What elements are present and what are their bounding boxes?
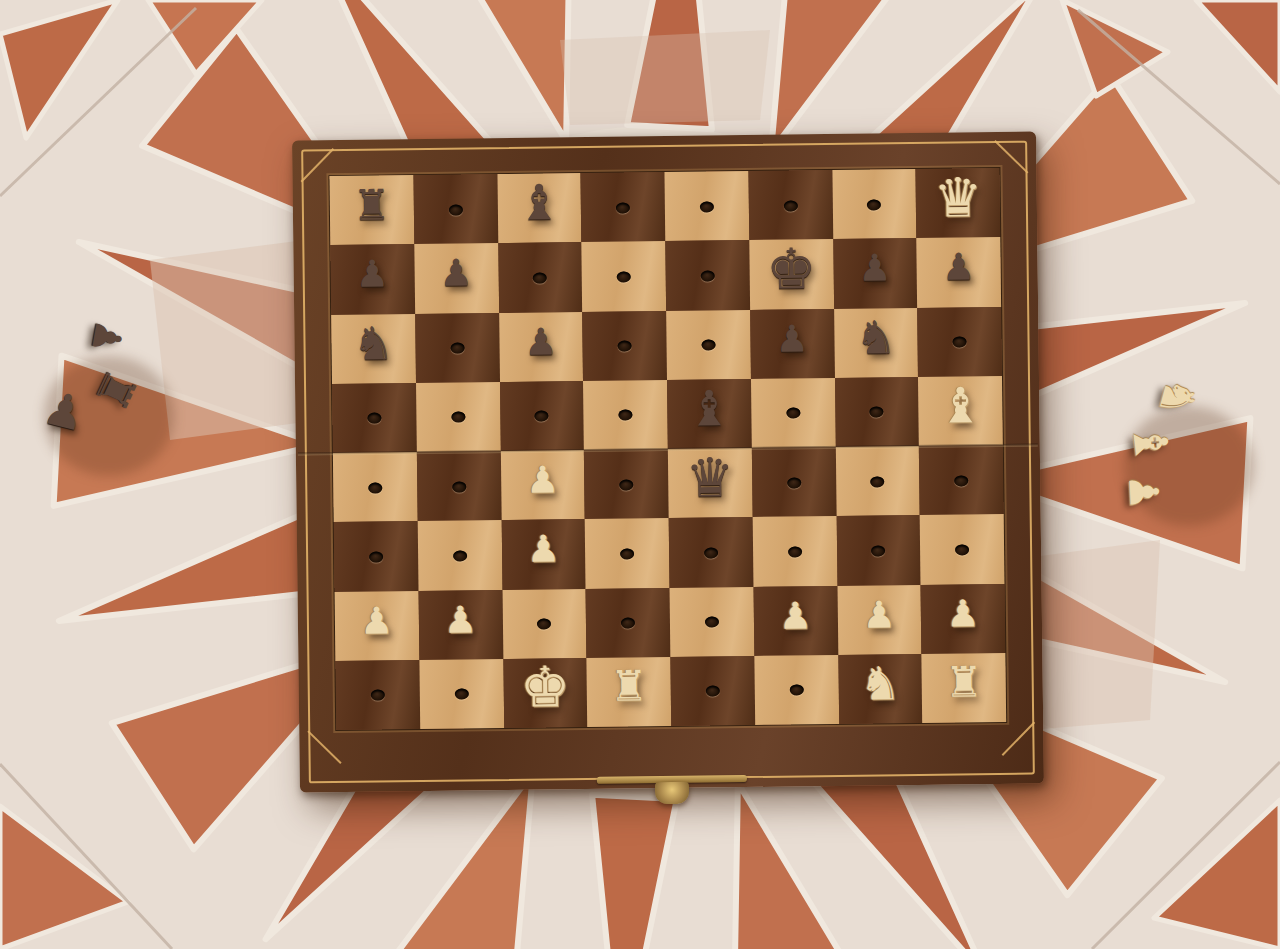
square-e1[interactable] [670,656,755,726]
piece-black-pawn-f6[interactable]: ♟ [775,320,809,357]
piece-white-pawn-g2[interactable]: ♟ [862,596,896,633]
square-f7[interactable]: ♚ [749,239,834,309]
peg-hole-b3 [453,550,467,561]
piece-black-pawn-a7[interactable]: ♟ [356,256,390,293]
peg-hole-h6 [953,336,967,347]
captured-white-pieces-pile: ♞♝♟ [1124,376,1274,536]
piece-black-bishop-e5[interactable]: ♝ [687,384,732,434]
piece-black-knight-g6[interactable]: ♞ [855,314,897,361]
square-a7[interactable]: ♟ [330,244,415,314]
square-b8[interactable] [413,174,498,244]
square-h8[interactable]: ♛ [916,168,1001,238]
peg-hole-b1 [454,689,468,700]
peg-hole-a3 [369,551,383,562]
captured-black-pawn[interactable]: ♟ [85,317,128,357]
square-c4[interactable]: ♟ [500,450,585,520]
square-h4[interactable] [919,445,1004,515]
piece-black-knight-a6[interactable]: ♞ [353,320,395,367]
piece-white-king-c1[interactable]: ♚ [520,660,571,717]
square-c8[interactable]: ♝ [497,173,582,243]
square-e5[interactable]: ♝ [667,379,752,449]
square-b5[interactable] [416,382,501,452]
peg-hole-d6 [618,341,632,352]
piece-white-pawn-a2[interactable]: ♟ [360,602,394,639]
piece-white-pawn-f2[interactable]: ♟ [779,597,813,634]
photo-canvas: { "scene": { "description": "Overhead ph… [0,0,1280,949]
square-a6[interactable]: ♞ [331,314,416,384]
square-e6[interactable] [666,309,751,379]
square-d7[interactable] [582,241,667,311]
captured-black-pieces-pile: ♟♜♟ [34,316,194,496]
square-g7[interactable]: ♟ [833,238,918,308]
square-a8[interactable]: ♜ [329,175,414,245]
peg-hole-e2 [705,617,719,628]
piece-black-rook-a8[interactable]: ♜ [353,184,391,226]
square-a3[interactable] [334,521,419,591]
piece-white-knight-g1[interactable]: ♞ [859,661,901,708]
square-g2[interactable]: ♟ [837,584,922,654]
piece-white-pawn-h2[interactable]: ♟ [946,595,980,632]
peg-hole-a1 [371,690,385,701]
peg-hole-c2 [537,619,551,630]
peg-hole-b6 [450,343,464,354]
square-d4[interactable] [584,449,669,519]
square-g1[interactable]: ♞ [838,654,923,724]
piece-white-pawn-c3[interactable]: ♟ [527,531,561,568]
square-g3[interactable] [836,515,921,585]
square-b3[interactable] [417,520,502,590]
square-c3[interactable]: ♟ [501,519,586,589]
square-f5[interactable] [751,378,836,448]
square-b1[interactable] [419,659,504,729]
peg-hole-g5 [870,407,884,418]
piece-white-bishop-h5[interactable]: ♝ [938,381,983,431]
square-g5[interactable] [834,377,919,447]
piece-white-queen-h8[interactable]: ♛ [933,171,982,226]
peg-hole-f4 [787,477,801,488]
piece-white-rook-h1[interactable]: ♜ [945,662,983,704]
square-e2[interactable] [670,586,755,656]
square-d3[interactable] [585,518,670,588]
piece-black-king-f7[interactable]: ♚ [766,241,817,298]
peg-hole-e7 [701,270,715,281]
peg-hole-e6 [701,340,715,351]
piece-black-pawn-c6[interactable]: ♟ [524,323,558,360]
square-c6[interactable]: ♟ [499,312,584,382]
square-a4[interactable] [333,452,418,522]
square-h3[interactable] [920,514,1005,584]
chess-board: ♜♝♛♟♟♚♟♟♞♟♟♞♝♝♟♛♟♟♟♟♟♟♚♜♞♜ [292,131,1044,792]
square-a5[interactable] [332,383,417,453]
square-b4[interactable] [417,451,502,521]
square-h5[interactable]: ♝ [918,376,1003,446]
piece-white-rook-d1[interactable]: ♜ [610,666,648,708]
square-g6[interactable]: ♞ [834,307,919,377]
peg-hole-a5 [367,413,381,424]
square-d5[interactable] [583,380,668,450]
peg-hole-d4 [619,479,633,490]
peg-hole-d2 [621,618,635,629]
corner-inlay [1002,722,1036,756]
square-f3[interactable] [752,516,837,586]
peg-hole-d7 [617,271,631,282]
piece-white-pawn-c4[interactable]: ♟ [526,461,560,498]
square-h1[interactable]: ♜ [922,653,1007,723]
peg-hole-e3 [704,547,718,558]
square-f1[interactable] [754,655,839,725]
piece-white-pawn-b2[interactable]: ♟ [444,601,478,638]
peg-hole-h4 [954,475,968,486]
corner-inlay [307,730,341,764]
square-b2[interactable]: ♟ [418,590,503,660]
square-e7[interactable] [665,240,750,310]
piece-black-bishop-c8[interactable]: ♝ [517,178,562,228]
peg-hole-b4 [452,481,466,492]
peg-hole-f5 [786,408,800,419]
square-c5[interactable] [500,381,585,451]
square-d2[interactable] [586,587,671,657]
peg-hole-f1 [789,685,803,696]
peg-hole-e8 [700,201,714,212]
brass-clasp[interactable] [655,782,689,804]
square-e8[interactable] [664,171,749,241]
peg-hole-f8 [783,200,797,211]
square-h7[interactable]: ♟ [917,237,1002,307]
peg-hole-d8 [616,202,630,213]
square-b6[interactable] [415,313,500,383]
square-g4[interactable] [835,446,920,516]
square-g8[interactable] [832,169,917,239]
square-f8[interactable] [748,170,833,240]
piece-black-pawn-h7[interactable]: ♟ [942,249,976,286]
peg-hole-h3 [955,544,969,555]
peg-hole-g8 [867,199,881,210]
peg-hole-b8 [448,204,462,215]
square-c2[interactable] [502,589,587,659]
peg-hole-d3 [620,548,634,559]
peg-hole-c7 [533,272,547,283]
captured-white-pawn[interactable]: ♟ [1123,473,1165,511]
square-e4[interactable]: ♛ [668,448,753,518]
square-a1[interactable] [335,660,420,730]
peg-hole-g4 [871,476,885,487]
peg-hole-f3 [788,546,802,557]
square-c7[interactable] [498,242,583,312]
peg-hole-e1 [706,686,720,697]
square-f2[interactable]: ♟ [753,585,838,655]
square-h6[interactable] [917,306,1002,376]
square-d8[interactable] [581,172,666,242]
captured-white-bishop[interactable]: ♝ [1125,420,1176,467]
peg-hole-g3 [871,545,885,556]
piece-black-pawn-g7[interactable]: ♟ [858,250,892,287]
peg-hole-d5 [618,410,632,421]
square-f4[interactable] [752,447,837,517]
piece-black-queen-e4[interactable]: ♛ [686,451,735,506]
peg-hole-c5 [535,411,549,422]
square-e3[interactable] [669,517,754,587]
peg-hole-a4 [368,482,382,493]
square-b7[interactable]: ♟ [414,243,499,313]
piece-black-pawn-b7[interactable]: ♟ [439,255,473,292]
peg-hole-b5 [451,412,465,423]
square-c1[interactable]: ♚ [503,658,588,728]
square-d1[interactable]: ♜ [587,657,672,727]
square-a2[interactable]: ♟ [335,591,420,661]
square-d6[interactable] [582,311,667,381]
square-h2[interactable]: ♟ [921,583,1006,653]
square-f6[interactable]: ♟ [750,308,835,378]
